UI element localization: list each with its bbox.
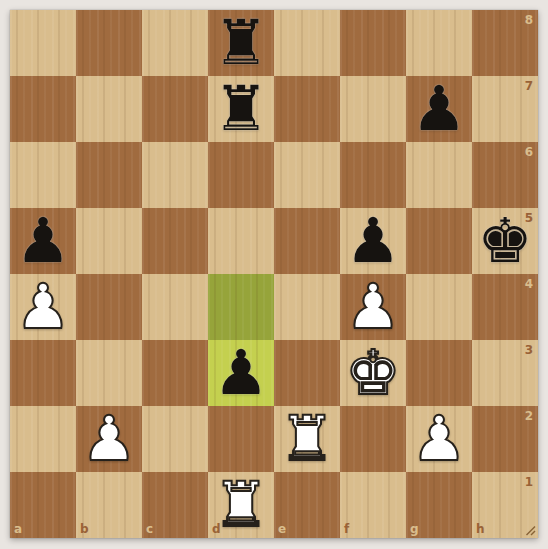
square-h5[interactable]: 5♚ — [472, 208, 538, 274]
file-label-c: c — [146, 522, 153, 536]
square-h8[interactable]: 8 — [472, 10, 538, 76]
square-g6[interactable] — [406, 142, 472, 208]
piece-black-pawn-a5[interactable]: ♟ — [10, 208, 76, 274]
piece-black-pawn-g7[interactable]: ♟ — [406, 76, 472, 142]
square-g5[interactable] — [406, 208, 472, 274]
rank-label-4: 4 — [525, 277, 533, 291]
resize-handle-icon[interactable] — [523, 523, 536, 536]
chess-board[interactable]: ♜8♜♟76♟♟5♚♟♟4♟♚3♟♜♟2abcd♜efg1h — [10, 10, 538, 538]
file-label-d: d — [212, 522, 221, 536]
square-e5[interactable] — [274, 208, 340, 274]
square-f3[interactable]: ♚ — [340, 340, 406, 406]
piece-white-pawn-b2[interactable]: ♟ — [76, 406, 142, 472]
square-d7[interactable]: ♜ — [208, 76, 274, 142]
square-f1[interactable]: f — [340, 472, 406, 538]
rank-label-1: 1 — [525, 475, 533, 489]
square-g3[interactable] — [406, 340, 472, 406]
file-label-f: f — [344, 522, 349, 536]
piece-white-rook-e2[interactable]: ♜ — [274, 406, 340, 472]
square-c3[interactable] — [142, 340, 208, 406]
square-d1[interactable]: d♜ — [208, 472, 274, 538]
square-a5[interactable]: ♟ — [10, 208, 76, 274]
file-label-a: a — [14, 522, 22, 536]
square-g4[interactable] — [406, 274, 472, 340]
piece-white-pawn-g2[interactable]: ♟ — [406, 406, 472, 472]
square-b2[interactable]: ♟ — [76, 406, 142, 472]
square-g7[interactable]: ♟ — [406, 76, 472, 142]
square-e8[interactable] — [274, 10, 340, 76]
square-f6[interactable] — [340, 142, 406, 208]
square-g8[interactable] — [406, 10, 472, 76]
rank-label-5: 5 — [525, 211, 533, 225]
file-label-b: b — [80, 522, 89, 536]
square-f5[interactable]: ♟ — [340, 208, 406, 274]
square-b3[interactable] — [76, 340, 142, 406]
page-background: ♜8♜♟76♟♟5♚♟♟4♟♚3♟♜♟2abcd♜efg1h — [0, 0, 548, 549]
piece-white-king-f3[interactable]: ♚ — [340, 340, 406, 406]
square-b1[interactable]: b — [76, 472, 142, 538]
square-d5[interactable] — [208, 208, 274, 274]
square-b6[interactable] — [76, 142, 142, 208]
square-c7[interactable] — [142, 76, 208, 142]
square-a6[interactable] — [10, 142, 76, 208]
square-b4[interactable] — [76, 274, 142, 340]
square-d8[interactable]: ♜ — [208, 10, 274, 76]
square-f4[interactable]: ♟ — [340, 274, 406, 340]
square-b5[interactable] — [76, 208, 142, 274]
square-h1[interactable]: 1h — [472, 472, 538, 538]
piece-black-pawn-d3[interactable]: ♟ — [208, 340, 274, 406]
rank-label-6: 6 — [525, 145, 533, 159]
square-b8[interactable] — [76, 10, 142, 76]
square-c6[interactable] — [142, 142, 208, 208]
rank-label-3: 3 — [525, 343, 533, 357]
square-g2[interactable]: ♟ — [406, 406, 472, 472]
piece-black-pawn-f5[interactable]: ♟ — [340, 208, 406, 274]
square-e7[interactable] — [274, 76, 340, 142]
file-label-g: g — [410, 522, 419, 536]
square-c5[interactable] — [142, 208, 208, 274]
rank-label-7: 7 — [525, 79, 533, 93]
square-d2[interactable] — [208, 406, 274, 472]
square-b7[interactable] — [76, 76, 142, 142]
square-e6[interactable] — [274, 142, 340, 208]
piece-white-pawn-f4[interactable]: ♟ — [340, 274, 406, 340]
square-a7[interactable] — [10, 76, 76, 142]
square-h7[interactable]: 7 — [472, 76, 538, 142]
square-f7[interactable] — [340, 76, 406, 142]
square-h2[interactable]: 2 — [472, 406, 538, 472]
square-c8[interactable] — [142, 10, 208, 76]
square-h6[interactable]: 6 — [472, 142, 538, 208]
square-f2[interactable] — [340, 406, 406, 472]
square-h3[interactable]: 3 — [472, 340, 538, 406]
square-g1[interactable]: g — [406, 472, 472, 538]
piece-white-pawn-a4[interactable]: ♟ — [10, 274, 76, 340]
piece-black-rook-d7[interactable]: ♜ — [208, 76, 274, 142]
square-c1[interactable]: c — [142, 472, 208, 538]
square-h4[interactable]: 4 — [472, 274, 538, 340]
square-c2[interactable] — [142, 406, 208, 472]
square-e2[interactable]: ♜ — [274, 406, 340, 472]
square-f8[interactable] — [340, 10, 406, 76]
square-a1[interactable]: a — [10, 472, 76, 538]
square-e1[interactable]: e — [274, 472, 340, 538]
square-a2[interactable] — [10, 406, 76, 472]
square-a8[interactable] — [10, 10, 76, 76]
square-e4[interactable] — [274, 274, 340, 340]
square-d6[interactable] — [208, 142, 274, 208]
square-a4[interactable]: ♟ — [10, 274, 76, 340]
rank-label-8: 8 — [525, 13, 533, 27]
square-d3[interactable]: ♟ — [208, 340, 274, 406]
square-c4[interactable] — [142, 274, 208, 340]
square-a3[interactable] — [10, 340, 76, 406]
rank-label-2: 2 — [525, 409, 533, 423]
piece-black-rook-d8[interactable]: ♜ — [208, 10, 274, 76]
square-d4[interactable] — [208, 274, 274, 340]
square-e3[interactable] — [274, 340, 340, 406]
file-label-e: e — [278, 522, 286, 536]
file-label-h: h — [476, 522, 485, 536]
